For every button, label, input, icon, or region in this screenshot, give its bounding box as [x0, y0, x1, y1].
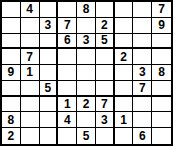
- cell-r9c4[interactable]: [58, 128, 77, 144]
- cell-r8c1: 8: [2, 112, 21, 128]
- sudoku-board: 4873729635729138571278431256: [0, 0, 173, 146]
- cell-r4c2: 7: [21, 49, 40, 65]
- cell-r7c6: 7: [96, 97, 115, 113]
- cell-r2c2[interactable]: [21, 18, 40, 34]
- cell-r8c4: 4: [58, 112, 77, 128]
- cell-r5c2: 1: [21, 65, 40, 81]
- cell-r6c7[interactable]: [115, 81, 134, 97]
- cell-r4c4[interactable]: [58, 49, 77, 65]
- cell-r2c8[interactable]: [133, 18, 152, 34]
- cell-r2c6: 2: [96, 18, 115, 34]
- cell-r4c6[interactable]: [96, 49, 115, 65]
- cell-r9c9[interactable]: [152, 128, 171, 144]
- cell-r6c1[interactable]: [2, 81, 21, 97]
- cell-r8c3[interactable]: [40, 112, 59, 128]
- cell-r4c9[interactable]: [152, 49, 171, 65]
- cell-r5c9: 8: [152, 65, 171, 81]
- cell-r1c2: 4: [21, 2, 40, 18]
- cell-r2c7[interactable]: [115, 18, 134, 34]
- cell-r7c4: 1: [58, 97, 77, 113]
- cell-r3c5: 3: [77, 34, 96, 50]
- cell-r1c8[interactable]: [133, 2, 152, 18]
- cell-r4c3[interactable]: [40, 49, 59, 65]
- cell-r9c5: 5: [77, 128, 96, 144]
- cell-r3c1[interactable]: [2, 34, 21, 50]
- cell-r8c9[interactable]: [152, 112, 171, 128]
- cell-r8c6: 3: [96, 112, 115, 128]
- cell-r6c2[interactable]: [21, 81, 40, 97]
- cell-r5c4[interactable]: [58, 65, 77, 81]
- cell-r4c8[interactable]: [133, 49, 152, 65]
- cell-r9c3[interactable]: [40, 128, 59, 144]
- cell-r8c8[interactable]: [133, 112, 152, 128]
- cell-r3c3[interactable]: [40, 34, 59, 50]
- cell-r1c4[interactable]: [58, 2, 77, 18]
- cell-r2c1[interactable]: [2, 18, 21, 34]
- cell-r2c9: 9: [152, 18, 171, 34]
- cell-r1c1[interactable]: [2, 2, 21, 18]
- cell-r8c7: 1: [115, 112, 134, 128]
- cell-r7c8[interactable]: [133, 97, 152, 113]
- cell-r7c7[interactable]: [115, 97, 134, 113]
- cell-r5c5[interactable]: [77, 65, 96, 81]
- cell-r3c8[interactable]: [133, 34, 152, 50]
- cell-r1c9: 7: [152, 2, 171, 18]
- cell-r5c7[interactable]: [115, 65, 134, 81]
- cell-r4c5[interactable]: [77, 49, 96, 65]
- cell-r1c7[interactable]: [115, 2, 134, 18]
- cell-r3c9[interactable]: [152, 34, 171, 50]
- cell-r1c6[interactable]: [96, 2, 115, 18]
- cell-r6c9[interactable]: [152, 81, 171, 97]
- cell-r6c4[interactable]: [58, 81, 77, 97]
- cell-r7c1[interactable]: [2, 97, 21, 113]
- cell-r2c3: 3: [40, 18, 59, 34]
- cell-r6c3: 5: [40, 81, 59, 97]
- cell-r5c8: 3: [133, 65, 152, 81]
- cell-r3c7[interactable]: [115, 34, 134, 50]
- cell-r7c3[interactable]: [40, 97, 59, 113]
- cell-r1c5: 8: [77, 2, 96, 18]
- cell-r2c4: 7: [58, 18, 77, 34]
- cell-r5c6[interactable]: [96, 65, 115, 81]
- cell-r9c8: 6: [133, 128, 152, 144]
- cell-r8c5[interactable]: [77, 112, 96, 128]
- cell-r3c2[interactable]: [21, 34, 40, 50]
- cell-r5c3[interactable]: [40, 65, 59, 81]
- cell-r6c5[interactable]: [77, 81, 96, 97]
- cell-r7c2[interactable]: [21, 97, 40, 113]
- cell-r3c4: 6: [58, 34, 77, 50]
- cell-r9c6[interactable]: [96, 128, 115, 144]
- cell-r4c7: 2: [115, 49, 134, 65]
- cell-r4c1[interactable]: [2, 49, 21, 65]
- cell-r3c6: 5: [96, 34, 115, 50]
- cell-r6c6[interactable]: [96, 81, 115, 97]
- cell-r9c1: 2: [2, 128, 21, 144]
- cell-r6c8: 7: [133, 81, 152, 97]
- cell-r7c9[interactable]: [152, 97, 171, 113]
- cell-r7c5: 2: [77, 97, 96, 113]
- cell-r1c3[interactable]: [40, 2, 59, 18]
- cell-r2c5[interactable]: [77, 18, 96, 34]
- cell-r9c7[interactable]: [115, 128, 134, 144]
- cell-r9c2[interactable]: [21, 128, 40, 144]
- cell-r8c2[interactable]: [21, 112, 40, 128]
- cell-r5c1: 9: [2, 65, 21, 81]
